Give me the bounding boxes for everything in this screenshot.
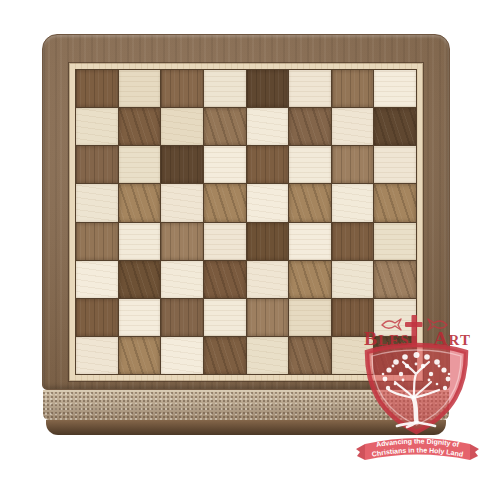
square-r6c6[interactable] [289, 261, 331, 298]
square-r3c5[interactable] [247, 146, 289, 183]
square-r4c7[interactable] [332, 184, 374, 221]
square-r8c1[interactable] [76, 337, 118, 374]
square-r2c4[interactable] [204, 108, 246, 145]
product-photo: Advancing the Dignity of Christians in t… [0, 0, 480, 480]
box-base-edge [46, 420, 446, 435]
square-r8c2[interactable] [119, 337, 161, 374]
tagline-line1: Advancing the Dignity of [375, 437, 460, 448]
square-r7c1[interactable] [76, 299, 118, 336]
square-r6c8[interactable] [374, 261, 416, 298]
ribbon-banner: Advancing the Dignity of Christians in t… [356, 437, 479, 460]
square-r3c2[interactable] [119, 146, 161, 183]
square-r3c3[interactable] [161, 146, 203, 183]
square-r3c6[interactable] [289, 146, 331, 183]
square-r1c2[interactable] [119, 70, 161, 107]
tagline-line2: Christians in the Holy Land [371, 446, 463, 457]
square-r2c3[interactable] [161, 108, 203, 145]
square-r5c2[interactable] [119, 223, 161, 260]
square-r3c4[interactable] [204, 146, 246, 183]
square-r2c8[interactable] [374, 108, 416, 145]
board-frame [42, 34, 450, 390]
square-r5c3[interactable] [161, 223, 203, 260]
square-r8c6[interactable] [289, 337, 331, 374]
chess-board-box [42, 34, 450, 435]
box-side-edge [43, 390, 449, 420]
square-r1c4[interactable] [204, 70, 246, 107]
square-r6c7[interactable] [332, 261, 374, 298]
square-r1c6[interactable] [289, 70, 331, 107]
square-r4c1[interactable] [76, 184, 118, 221]
square-r7c7[interactable] [332, 299, 374, 336]
square-r8c4[interactable] [204, 337, 246, 374]
square-r2c5[interactable] [247, 108, 289, 145]
square-r5c6[interactable] [289, 223, 331, 260]
square-r7c3[interactable] [161, 299, 203, 336]
square-r6c5[interactable] [247, 261, 289, 298]
square-r7c8[interactable] [374, 299, 416, 336]
square-r4c6[interactable] [289, 184, 331, 221]
square-r7c5[interactable] [247, 299, 289, 336]
square-r2c7[interactable] [332, 108, 374, 145]
square-r1c1[interactable] [76, 70, 118, 107]
svg-text:Christians in the Holy Land: Christians in the Holy Land [371, 446, 463, 457]
square-r8c5[interactable] [247, 337, 289, 374]
square-r3c7[interactable] [332, 146, 374, 183]
square-r8c3[interactable] [161, 337, 203, 374]
square-r5c5[interactable] [247, 223, 289, 260]
square-r2c6[interactable] [289, 108, 331, 145]
square-r8c8[interactable] [374, 337, 416, 374]
square-r5c8[interactable] [374, 223, 416, 260]
square-r4c8[interactable] [374, 184, 416, 221]
square-r4c3[interactable] [161, 184, 203, 221]
square-r7c2[interactable] [119, 299, 161, 336]
square-r6c2[interactable] [119, 261, 161, 298]
board-inlay-border [69, 63, 423, 381]
square-r2c2[interactable] [119, 108, 161, 145]
svg-text:Advancing the Dignity of: Advancing the Dignity of [375, 437, 460, 448]
square-r3c8[interactable] [374, 146, 416, 183]
square-r4c5[interactable] [247, 184, 289, 221]
square-r8c7[interactable] [332, 337, 374, 374]
square-r6c4[interactable] [204, 261, 246, 298]
square-r7c6[interactable] [289, 299, 331, 336]
square-r5c7[interactable] [332, 223, 374, 260]
square-r6c1[interactable] [76, 261, 118, 298]
square-r5c1[interactable] [76, 223, 118, 260]
square-r1c3[interactable] [161, 70, 203, 107]
square-r1c5[interactable] [247, 70, 289, 107]
square-r2c1[interactable] [76, 108, 118, 145]
square-r1c8[interactable] [374, 70, 416, 107]
square-r3c1[interactable] [76, 146, 118, 183]
square-r7c4[interactable] [204, 299, 246, 336]
checkerboard [75, 69, 417, 375]
square-r4c4[interactable] [204, 184, 246, 221]
square-r4c2[interactable] [119, 184, 161, 221]
square-r6c3[interactable] [161, 261, 203, 298]
square-r1c7[interactable] [332, 70, 374, 107]
square-r5c4[interactable] [204, 223, 246, 260]
